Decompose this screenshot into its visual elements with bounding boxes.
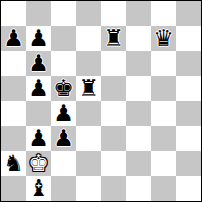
square-a5[interactable] [1,76,26,101]
black-pawn-piece[interactable]: ♟ [28,51,49,76]
black-pawn-piece[interactable]: ♟ [28,26,49,51]
square-f1[interactable] [126,176,151,201]
square-d1[interactable] [76,176,101,201]
square-f4[interactable] [126,101,151,126]
square-f5[interactable] [126,76,151,101]
square-h2[interactable] [176,151,201,176]
black-bishop-piece[interactable]: ♝ [28,176,49,201]
black-king-piece[interactable]: ♚ [53,76,74,101]
square-e1[interactable] [101,176,126,201]
square-a1[interactable] [1,176,26,201]
black-rook-piece[interactable]: ♜ [103,26,124,51]
square-a2[interactable]: ♞ [1,151,26,176]
square-b8[interactable] [26,1,51,26]
square-g4[interactable] [151,101,176,126]
square-h4[interactable] [176,101,201,126]
square-e7[interactable]: ♜ [101,26,126,51]
black-pawn-piece[interactable]: ♟ [28,76,49,101]
square-h6[interactable] [176,51,201,76]
square-c7[interactable] [51,26,76,51]
square-d4[interactable] [76,101,101,126]
square-g7[interactable]: ♛ [151,26,176,51]
square-d2[interactable] [76,151,101,176]
square-d5[interactable]: ♜ [76,76,101,101]
chess-board: ♟♟♜♛♟♟♚♜♟♟♟♞♚♝ [0,0,202,202]
square-c2[interactable] [51,151,76,176]
square-d7[interactable] [76,26,101,51]
square-b5[interactable]: ♟ [26,76,51,101]
square-a3[interactable] [1,126,26,151]
square-f3[interactable] [126,126,151,151]
black-pawn-piece[interactable]: ♟ [53,126,74,151]
square-b3[interactable]: ♟ [26,126,51,151]
square-f2[interactable] [126,151,151,176]
square-c8[interactable] [51,1,76,26]
square-g8[interactable] [151,1,176,26]
black-pawn-piece[interactable]: ♟ [3,26,24,51]
square-f6[interactable] [126,51,151,76]
black-pawn-piece[interactable]: ♟ [28,126,49,151]
square-h1[interactable] [176,176,201,201]
square-h5[interactable] [176,76,201,101]
black-rook-piece[interactable]: ♜ [78,76,99,101]
square-b2[interactable]: ♚ [26,151,51,176]
square-b1[interactable]: ♝ [26,176,51,201]
square-b4[interactable] [26,101,51,126]
black-queen-piece[interactable]: ♛ [153,26,174,51]
square-g2[interactable] [151,151,176,176]
square-b7[interactable]: ♟ [26,26,51,51]
square-e8[interactable] [101,1,126,26]
square-d3[interactable] [76,126,101,151]
square-a7[interactable]: ♟ [1,26,26,51]
square-c5[interactable]: ♚ [51,76,76,101]
square-a4[interactable] [1,101,26,126]
square-c3[interactable]: ♟ [51,126,76,151]
square-e4[interactable] [101,101,126,126]
square-g5[interactable] [151,76,176,101]
square-a6[interactable] [1,51,26,76]
square-g1[interactable] [151,176,176,201]
square-a8[interactable] [1,1,26,26]
chess-diagram: ♟♟♜♛♟♟♚♜♟♟♟♞♚♝ [0,0,202,202]
square-e5[interactable] [101,76,126,101]
square-c4[interactable]: ♟ [51,101,76,126]
square-g3[interactable] [151,126,176,151]
square-e2[interactable] [101,151,126,176]
square-g6[interactable] [151,51,176,76]
square-f8[interactable] [126,1,151,26]
square-c6[interactable] [51,51,76,76]
square-d6[interactable] [76,51,101,76]
square-h7[interactable] [176,26,201,51]
square-e6[interactable] [101,51,126,76]
square-h3[interactable] [176,126,201,151]
square-b6[interactable]: ♟ [26,51,51,76]
square-f7[interactable] [126,26,151,51]
black-pawn-piece[interactable]: ♟ [53,101,74,126]
square-d8[interactable] [76,1,101,26]
black-knight-piece[interactable]: ♞ [3,151,24,176]
square-h8[interactable] [176,1,201,26]
square-e3[interactable] [101,126,126,151]
square-c1[interactable] [51,176,76,201]
white-king-piece[interactable]: ♚ [28,151,49,176]
